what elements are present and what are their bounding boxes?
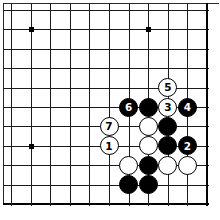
grid-line-horizontal — [3, 185, 209, 186]
grid-line-vertical — [89, 3, 90, 206]
grid-line-vertical — [11, 3, 12, 206]
stone-move-number: 5 — [164, 82, 171, 93]
grid-line-vertical — [109, 3, 110, 206]
black-stone[interactable] — [158, 136, 177, 155]
stone-move-number: 4 — [184, 102, 191, 113]
grid-line-horizontal — [3, 68, 209, 69]
black-stone[interactable] — [139, 98, 158, 117]
grid-line-horizontal — [3, 49, 209, 50]
black-stone[interactable] — [139, 175, 158, 194]
grid-line-horizontal — [3, 88, 209, 89]
white-stone[interactable] — [119, 156, 138, 175]
stone-move-number: 6 — [125, 102, 132, 113]
grid-line-horizontal — [3, 29, 209, 30]
go-board: 5634712 — [0, 0, 220, 220]
black-stone[interactable]: 6 — [119, 98, 138, 117]
grid-line-vertical — [70, 3, 71, 206]
white-stone[interactable]: 1 — [100, 136, 119, 155]
grid-line-horizontal — [3, 10, 209, 11]
white-stone[interactable]: 5 — [158, 78, 177, 97]
white-stone[interactable] — [139, 136, 158, 155]
black-stone[interactable] — [158, 117, 177, 136]
white-stone[interactable] — [178, 156, 197, 175]
star-point — [29, 27, 34, 32]
stone-move-number: 2 — [184, 141, 191, 152]
star-point — [29, 144, 34, 149]
grid-line-vertical — [50, 3, 51, 206]
board-right-edge-line — [206, 3, 208, 206]
star-point — [146, 27, 151, 32]
stone-move-number: 3 — [164, 102, 171, 113]
black-stone[interactable] — [119, 175, 138, 194]
white-stone[interactable]: 7 — [100, 117, 119, 136]
white-stone[interactable] — [139, 117, 158, 136]
black-stone[interactable] — [139, 156, 158, 175]
black-stone[interactable]: 4 — [178, 98, 197, 117]
board-bottom-edge-line — [3, 203, 209, 205]
crop-frame-left-line — [3, 3, 4, 205]
stone-move-number: 7 — [105, 121, 112, 132]
grid-line-vertical — [31, 3, 32, 206]
stone-move-number: 1 — [105, 141, 112, 152]
black-stone[interactable]: 2 — [178, 136, 197, 155]
white-stone[interactable] — [158, 156, 177, 175]
white-stone[interactable]: 3 — [158, 98, 177, 117]
